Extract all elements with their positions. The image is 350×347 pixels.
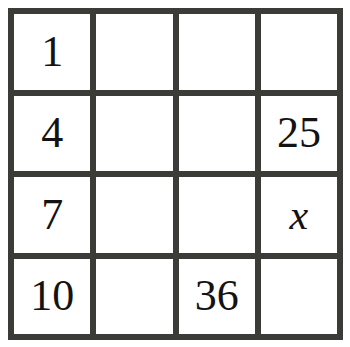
cell-r1c2 [96,14,172,90]
cell-r2c3 [179,96,255,172]
cell-r3c4-unknown-x: x [261,177,337,253]
cell-r4c1: 10 [14,259,90,335]
cell-r3c1: 7 [14,177,90,253]
cell-r1c1: 1 [14,14,90,90]
cell-r4c4 [261,259,337,335]
cell-r4c2 [96,259,172,335]
puzzle-grid: 1 4 25 7 x 10 36 [8,8,343,340]
cell-r3c3 [179,177,255,253]
cell-r2c1: 4 [14,96,90,172]
cell-r2c2 [96,96,172,172]
cell-r1c4 [261,14,337,90]
cell-r1c3 [179,14,255,90]
puzzle-figure: 1 4 25 7 x 10 36 [0,0,350,347]
cell-r4c3: 36 [179,259,255,335]
cell-r2c4: 25 [261,96,337,172]
cell-r3c2 [96,177,172,253]
